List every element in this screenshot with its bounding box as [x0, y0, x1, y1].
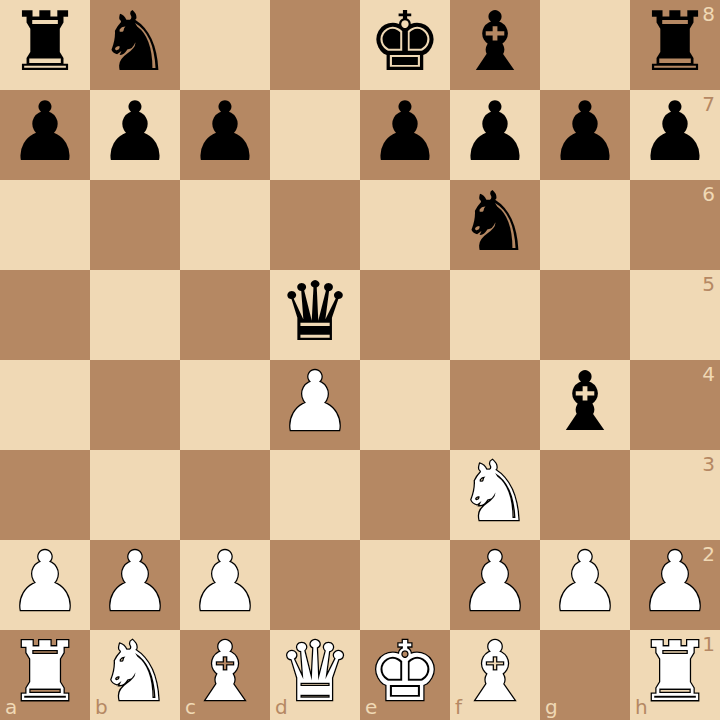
square-d5[interactable]: ♛ [270, 270, 360, 360]
file-label-g: g [545, 697, 558, 717]
rank-label-2: 2 [702, 544, 715, 564]
square-h6[interactable]: 6 [630, 180, 720, 270]
square-g5[interactable] [540, 270, 630, 360]
piece-black-queen[interactable]: ♛ [278, 267, 352, 357]
square-b2[interactable]: ♟ [90, 540, 180, 630]
square-h1[interactable]: ♜1h [630, 630, 720, 720]
square-d6[interactable] [270, 180, 360, 270]
square-c4[interactable] [180, 360, 270, 450]
piece-black-king[interactable]: ♚ [368, 0, 442, 87]
piece-white-knight[interactable]: ♞ [98, 627, 172, 717]
square-d2[interactable] [270, 540, 360, 630]
square-b1[interactable]: ♞b [90, 630, 180, 720]
square-e7[interactable]: ♟ [360, 90, 450, 180]
piece-black-knight[interactable]: ♞ [458, 177, 532, 267]
rank-label-8: 8 [702, 4, 715, 24]
square-e3[interactable] [360, 450, 450, 540]
chess-board: ♜♞♚♝♜8♟♟♟♟♟♟♟7♞6♛5♟♝4♞3♟♟♟♟♟♟2♜a♞b♝c♛d♚e… [0, 0, 720, 720]
piece-white-bishop[interactable]: ♝ [458, 627, 532, 717]
square-e8[interactable]: ♚ [360, 0, 450, 90]
piece-black-pawn[interactable]: ♟ [188, 87, 262, 177]
square-g8[interactable] [540, 0, 630, 90]
square-h7[interactable]: ♟7 [630, 90, 720, 180]
square-b4[interactable] [90, 360, 180, 450]
square-d1[interactable]: ♛d [270, 630, 360, 720]
square-h4[interactable]: 4 [630, 360, 720, 450]
rank-label-7: 7 [702, 94, 715, 114]
piece-white-rook[interactable]: ♜ [8, 627, 82, 717]
piece-black-rook[interactable]: ♜ [8, 0, 82, 87]
piece-white-queen[interactable]: ♛ [278, 627, 352, 717]
square-a1[interactable]: ♜a [0, 630, 90, 720]
square-f7[interactable]: ♟ [450, 90, 540, 180]
file-label-c: c [185, 697, 196, 717]
piece-white-bishop[interactable]: ♝ [188, 627, 262, 717]
square-e4[interactable] [360, 360, 450, 450]
square-h3[interactable]: 3 [630, 450, 720, 540]
square-a5[interactable] [0, 270, 90, 360]
square-f8[interactable]: ♝ [450, 0, 540, 90]
file-label-h: h [635, 697, 648, 717]
piece-black-pawn[interactable]: ♟ [548, 87, 622, 177]
square-c7[interactable]: ♟ [180, 90, 270, 180]
file-label-f: f [455, 697, 462, 717]
square-c1[interactable]: ♝c [180, 630, 270, 720]
square-b5[interactable] [90, 270, 180, 360]
square-a3[interactable] [0, 450, 90, 540]
square-b6[interactable] [90, 180, 180, 270]
rank-label-5: 5 [702, 274, 715, 294]
square-f5[interactable] [450, 270, 540, 360]
piece-white-rook[interactable]: ♜ [638, 627, 712, 717]
square-e5[interactable] [360, 270, 450, 360]
square-g6[interactable] [540, 180, 630, 270]
square-b3[interactable] [90, 450, 180, 540]
square-f4[interactable] [450, 360, 540, 450]
piece-white-king[interactable]: ♚ [368, 627, 442, 717]
file-label-d: d [275, 697, 288, 717]
square-a7[interactable]: ♟ [0, 90, 90, 180]
square-d8[interactable] [270, 0, 360, 90]
square-e6[interactable] [360, 180, 450, 270]
square-f1[interactable]: ♝f [450, 630, 540, 720]
piece-white-pawn[interactable]: ♟ [8, 537, 82, 627]
square-c3[interactable] [180, 450, 270, 540]
piece-black-rook[interactable]: ♜ [638, 0, 712, 87]
piece-black-pawn[interactable]: ♟ [368, 87, 442, 177]
square-f6[interactable]: ♞ [450, 180, 540, 270]
square-d4[interactable]: ♟ [270, 360, 360, 450]
square-g4[interactable]: ♝ [540, 360, 630, 450]
piece-black-pawn[interactable]: ♟ [638, 87, 712, 177]
piece-white-pawn[interactable]: ♟ [458, 537, 532, 627]
square-b7[interactable]: ♟ [90, 90, 180, 180]
piece-white-knight[interactable]: ♞ [458, 447, 532, 537]
file-label-a: a [5, 697, 17, 717]
square-g2[interactable]: ♟ [540, 540, 630, 630]
square-c5[interactable] [180, 270, 270, 360]
square-f2[interactable]: ♟ [450, 540, 540, 630]
piece-white-pawn[interactable]: ♟ [278, 357, 352, 447]
piece-white-pawn[interactable]: ♟ [188, 537, 262, 627]
piece-white-pawn[interactable]: ♟ [98, 537, 172, 627]
file-label-b: b [95, 697, 108, 717]
piece-black-pawn[interactable]: ♟ [98, 87, 172, 177]
square-a8[interactable]: ♜ [0, 0, 90, 90]
square-a2[interactable]: ♟ [0, 540, 90, 630]
square-g7[interactable]: ♟ [540, 90, 630, 180]
square-g3[interactable] [540, 450, 630, 540]
square-f3[interactable]: ♞ [450, 450, 540, 540]
square-h2[interactable]: ♟2 [630, 540, 720, 630]
square-g1[interactable]: g [540, 630, 630, 720]
piece-black-pawn[interactable]: ♟ [458, 87, 532, 177]
rank-label-6: 6 [702, 184, 715, 204]
piece-black-bishop[interactable]: ♝ [458, 0, 532, 87]
square-c2[interactable]: ♟ [180, 540, 270, 630]
square-a4[interactable] [0, 360, 90, 450]
square-d7[interactable] [270, 90, 360, 180]
square-c8[interactable] [180, 0, 270, 90]
piece-white-pawn[interactable]: ♟ [638, 537, 712, 627]
piece-black-pawn[interactable]: ♟ [8, 87, 82, 177]
square-c6[interactable] [180, 180, 270, 270]
piece-black-knight[interactable]: ♞ [98, 0, 172, 87]
rank-label-4: 4 [702, 364, 715, 384]
square-b8[interactable]: ♞ [90, 0, 180, 90]
file-label-e: e [365, 697, 377, 717]
rank-label-1: 1 [702, 634, 715, 654]
square-a6[interactable] [0, 180, 90, 270]
square-d3[interactable] [270, 450, 360, 540]
square-h5[interactable]: 5 [630, 270, 720, 360]
square-e2[interactable] [360, 540, 450, 630]
rank-label-3: 3 [702, 454, 715, 474]
piece-black-bishop[interactable]: ♝ [548, 357, 622, 447]
square-e1[interactable]: ♚e [360, 630, 450, 720]
piece-white-pawn[interactable]: ♟ [548, 537, 622, 627]
square-h8[interactable]: ♜8 [630, 0, 720, 90]
